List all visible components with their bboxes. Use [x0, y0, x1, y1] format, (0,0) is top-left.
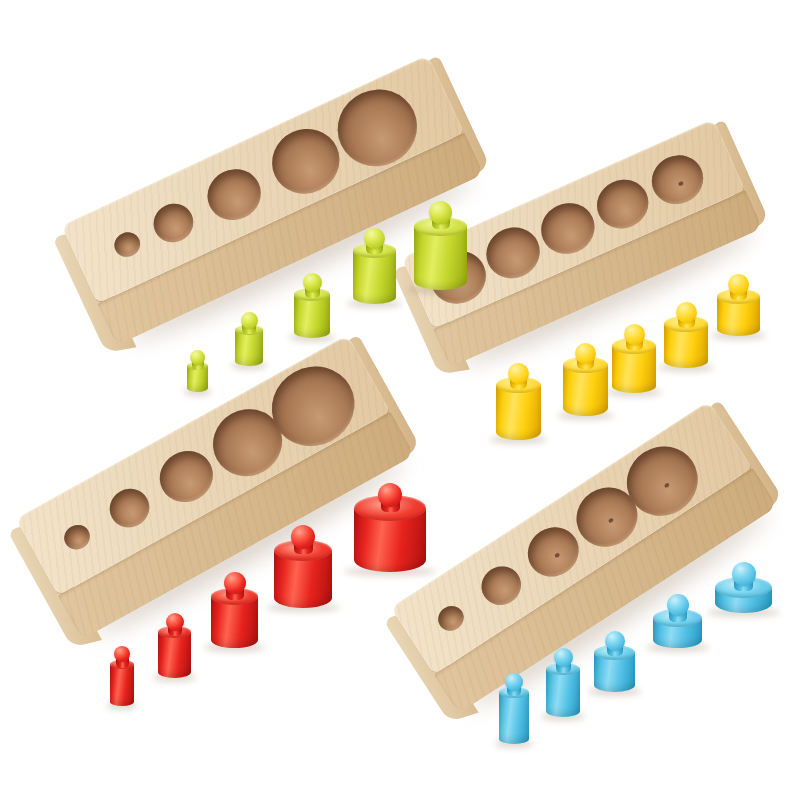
cylinder-top-face [294, 288, 330, 301]
knobbed-cylinder-green-4 [353, 228, 396, 304]
knob-ball [732, 562, 756, 586]
cylinder-shadow [646, 643, 709, 652]
knob-ball [575, 343, 596, 364]
knob-neck [294, 541, 313, 554]
block-top-face [61, 55, 464, 304]
knob-neck [242, 323, 256, 334]
cylinder-shadow [658, 363, 714, 372]
cylinder-top-face [496, 377, 541, 393]
socket-hole-red-5 [258, 352, 369, 461]
block-top-face [401, 119, 745, 329]
knob-ball [291, 525, 315, 549]
cylinder-body [499, 692, 529, 744]
knobbed-cylinder-blue-1 [499, 673, 529, 744]
knob-ball [728, 274, 749, 295]
block-left-end-face [392, 264, 470, 375]
knobbed-cylinder-green-2 [235, 312, 263, 366]
knob-neck [730, 288, 747, 300]
socket-hole-blue-3 [518, 518, 588, 587]
cylinder-top-face [563, 357, 608, 373]
cylinder-shadow [184, 387, 211, 396]
block-shadow [121, 167, 478, 353]
drill-mark [663, 483, 669, 489]
block-front-face [97, 133, 483, 346]
socket-hole-green-2 [147, 197, 199, 248]
cylinder-shadow [231, 361, 267, 370]
cylinder-shadow [407, 285, 475, 294]
knob-neck [226, 587, 244, 600]
knob-neck [669, 609, 687, 622]
cylinder-top-face [158, 626, 191, 638]
wood-block-yellow [401, 119, 762, 368]
block-left-end-face [51, 231, 136, 352]
cylinder-shadow [204, 643, 264, 652]
block-front-face [433, 190, 763, 367]
knobbed-cylinder-blue-5 [715, 562, 772, 613]
socket-hole-blue-1 [434, 601, 469, 635]
knob-ball [303, 273, 322, 292]
cylinder-set-green [0, 0, 800, 800]
knobbed-cylinder-red-2 [158, 613, 191, 678]
cylinder-body [414, 226, 467, 290]
socket-hole-blue-5 [614, 433, 711, 529]
knob-neck [626, 338, 643, 350]
cylinder-top-face [235, 325, 263, 335]
socket-hole-green-4 [261, 118, 350, 205]
cylinder-shadow [266, 603, 340, 612]
knob-ball [676, 302, 697, 323]
socket-hole-green-5 [325, 77, 430, 180]
knobbed-cylinder-blue-3 [594, 631, 635, 692]
cylinder-top-face [499, 687, 529, 698]
cylinder-top-face [594, 645, 635, 660]
cylinder-shadow [606, 388, 662, 397]
knob-neck [607, 644, 623, 656]
cylinder-set-blue [0, 0, 800, 800]
knob-neck [556, 661, 571, 673]
knobbed-cylinder-green-1 [187, 350, 208, 392]
cylinder-top-face [717, 289, 760, 304]
knob-neck [432, 216, 450, 229]
socket-hole-red-2 [103, 482, 156, 535]
cylinder-shadow [153, 673, 195, 682]
wood-block-green [61, 55, 484, 346]
wood-block-red [15, 335, 414, 640]
block-shadow [454, 220, 759, 376]
knobbed-cylinder-red-3 [211, 572, 258, 648]
cylinder-body [594, 652, 635, 692]
block-right-end-face [419, 54, 489, 178]
knobbed-cylinder-yellow-1 [496, 363, 541, 440]
socket-hole-blue-4 [565, 476, 649, 558]
cylinder-top-face [414, 217, 467, 236]
cylinder-top-face [110, 660, 134, 669]
cylinder-body [612, 346, 656, 393]
knobbed-cylinder-blue-4 [653, 594, 702, 648]
knob-ball [364, 228, 385, 249]
cylinder-top-face [187, 362, 208, 370]
knob-neck [192, 360, 204, 370]
cylinder-body [235, 330, 263, 366]
knobbed-cylinder-red-1 [110, 646, 134, 706]
block-shadow [85, 449, 411, 647]
knob-neck [734, 578, 753, 591]
knob-neck [678, 316, 695, 328]
cylinder-body [715, 587, 772, 613]
knob-ball [667, 594, 689, 616]
knobbed-cylinder-yellow-5 [717, 274, 760, 336]
socket-hole-yellow-4 [589, 172, 656, 237]
socket-hole-red-3 [151, 442, 222, 512]
block-front-face [58, 412, 415, 640]
cylinder-top-face [354, 495, 426, 521]
cylinder-shadow [711, 331, 766, 340]
knob-ball [554, 648, 573, 667]
cylinder-body [211, 596, 258, 648]
block-top-face [390, 401, 752, 675]
socket-hole-yellow-5 [644, 147, 711, 212]
block-right-end-face [340, 333, 419, 460]
cylinder-shadow [495, 739, 533, 748]
cylinder-shadow [557, 411, 615, 420]
block-right-end-face [703, 399, 782, 512]
knob-ball [190, 350, 205, 365]
knobbed-cylinder-green-5 [414, 201, 467, 290]
cylinder-body [653, 618, 702, 648]
socket-hole-red-1 [60, 520, 94, 554]
cylinder-body [353, 250, 396, 304]
cylinder-shadow [289, 333, 335, 342]
cylinder-body [563, 365, 608, 416]
socket-hole-yellow-1 [422, 242, 494, 312]
knobbed-cylinder-red-4 [274, 525, 332, 608]
cylinder-shadow [347, 299, 402, 308]
knobbed-cylinder-red-5 [354, 483, 426, 572]
knob-ball [378, 483, 402, 507]
drill-mark [608, 518, 614, 524]
socket-hole-blue-2 [474, 559, 528, 613]
socket-hole-green-1 [110, 228, 144, 261]
drill-mark [554, 552, 560, 558]
socket-hole-yellow-3 [533, 195, 603, 263]
socket-hole-red-4 [201, 397, 294, 489]
cylinder-shadow [344, 567, 436, 576]
wood-block-blue [390, 401, 777, 714]
knob-neck [381, 499, 400, 512]
cylinder-top-face [612, 338, 656, 354]
cylinder-set-red [0, 0, 800, 800]
cylinder-body [546, 669, 580, 717]
cylinder-top-face [715, 577, 772, 598]
cylinder-body [664, 324, 708, 368]
cylinder-top-face [211, 588, 258, 605]
socket-hole-green-3 [199, 161, 269, 229]
cylinder-body [354, 508, 426, 572]
knobbed-cylinder-blue-2 [546, 648, 580, 717]
cylinder-top-face [653, 609, 702, 627]
cylinder-top-face [274, 540, 332, 561]
knobbed-cylinder-yellow-2 [563, 343, 608, 416]
knob-ball [241, 312, 258, 329]
knob-ball [224, 572, 246, 594]
cylinder-shadow [541, 712, 585, 721]
cylinder-body [496, 385, 541, 440]
cylinder-shadow [588, 687, 640, 696]
cylinder-top-face [353, 243, 396, 258]
block-shadow [461, 501, 776, 719]
knobbed-cylinder-yellow-4 [664, 302, 708, 368]
knobbed-cylinder-yellow-3 [612, 324, 656, 393]
knob-ball [429, 201, 452, 224]
block-left-end-face [383, 610, 479, 722]
knob-neck [510, 377, 527, 389]
block-right-end-face [705, 118, 768, 232]
cylinder-body [717, 296, 760, 336]
knob-neck [305, 286, 320, 298]
knob-ball [505, 673, 523, 691]
drill-mark [678, 181, 684, 187]
block-top-face [15, 335, 390, 596]
cylinder-body [294, 294, 330, 338]
knob-ball [624, 324, 645, 345]
knob-ball [605, 631, 625, 651]
knob-ball [114, 646, 130, 662]
knob-neck [507, 685, 521, 696]
cylinder-body [158, 632, 191, 678]
cylinder-shadow [490, 435, 548, 444]
cylinder-shadow [707, 608, 780, 617]
knob-neck [116, 657, 129, 668]
cylinder-body [110, 664, 134, 706]
knobbed-cylinder-green-3 [294, 273, 330, 338]
knob-ball [166, 613, 184, 631]
knob-neck [168, 625, 182, 636]
cylinder-body [274, 550, 332, 608]
cylinder-top-face [664, 316, 708, 332]
cylinder-body [187, 366, 208, 392]
knob-neck [366, 242, 383, 254]
product-photo-stage [0, 0, 800, 800]
knob-neck [577, 357, 594, 369]
block-front-face [434, 468, 778, 714]
socket-hole-yellow-2 [478, 219, 548, 287]
cylinder-shadow [107, 701, 138, 710]
cylinder-set-yellow [0, 0, 800, 800]
cylinder-top-face [546, 663, 580, 675]
block-left-end-face [7, 523, 102, 648]
knob-ball [508, 363, 529, 384]
